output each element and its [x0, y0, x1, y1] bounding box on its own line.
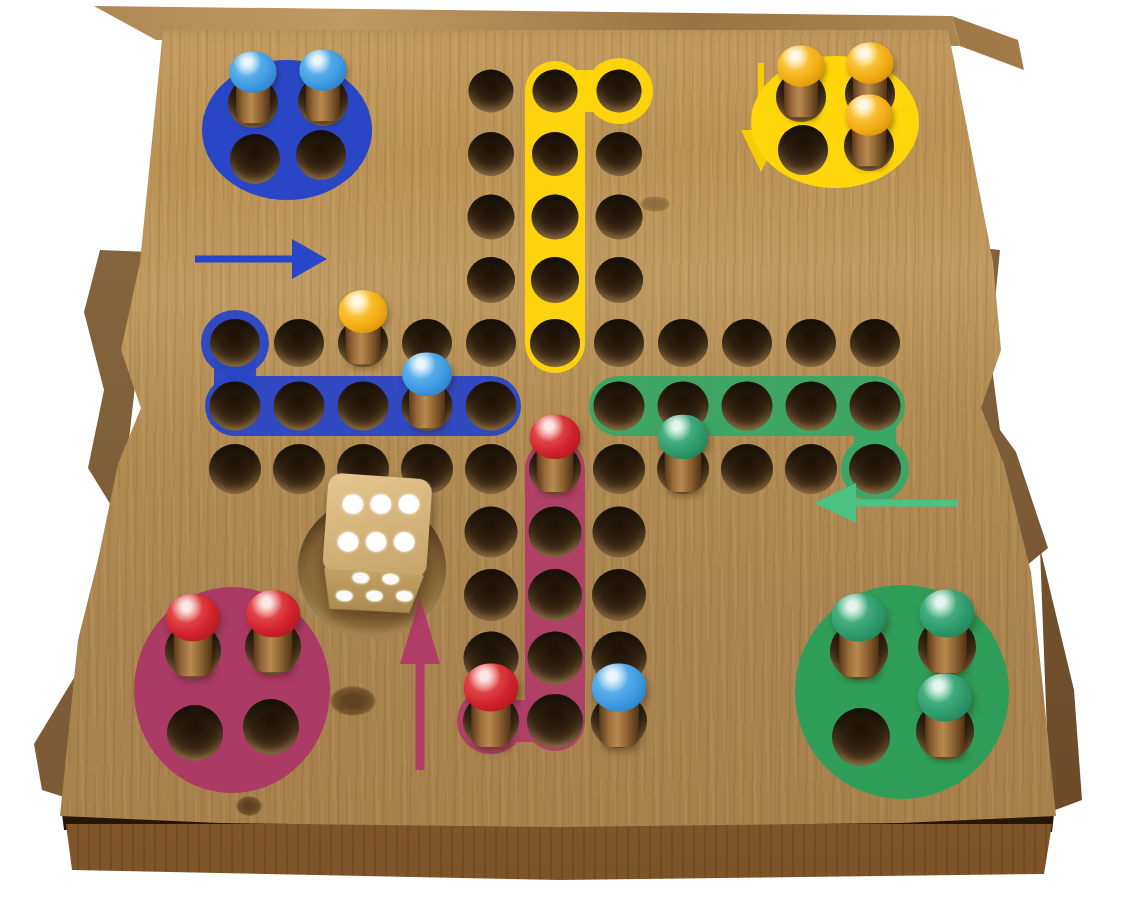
hole-r6c2[interactable]: [274, 381, 325, 430]
cell-r9c6: [523, 563, 587, 626]
cell-r6c5: [459, 374, 523, 437]
peg-cap: [658, 414, 709, 459]
peg-cap: [917, 673, 972, 721]
home-slot-green-tr: [918, 618, 976, 676]
cell-r5c9: [715, 311, 779, 374]
cell-r8c7: [587, 500, 651, 563]
peg-green-home-br[interactable]: [917, 673, 972, 759]
home-circle-yellow: [751, 56, 919, 188]
die-pip-top-3: [398, 493, 420, 514]
hole-r7c1[interactable]: [209, 444, 261, 494]
cell-r3c5: [459, 185, 523, 248]
hole-r6c5[interactable]: [466, 381, 517, 430]
arrow-blue-right: [192, 236, 328, 282]
home-hole-blue-br[interactable]: [296, 130, 346, 180]
peg-red-track-r11c5[interactable]: [464, 663, 519, 749]
hole-r6c9[interactable]: [722, 381, 773, 430]
home-circle-blue: [202, 60, 372, 200]
cell-r5c11: [843, 311, 907, 374]
cell-r5c1: [203, 311, 267, 374]
cell-r5c5: [459, 311, 523, 374]
die-pip-front-3: [396, 590, 414, 602]
cell-r7c1: [203, 437, 267, 500]
cell-r7c8: [651, 437, 715, 500]
cell-r4c7: [587, 248, 651, 311]
die-pip-top-1: [342, 494, 364, 515]
home-slot-green-br: [916, 702, 974, 760]
hole-r5c7[interactable]: [594, 319, 644, 367]
hole-r2c7[interactable]: [596, 132, 642, 176]
die-pip-front-5: [382, 573, 400, 585]
cell-r9c5: [459, 563, 523, 626]
cell-r6c7: [587, 374, 651, 437]
cell-r4c6: [523, 248, 587, 311]
cell-r6c10: [779, 374, 843, 437]
hole-r7c9[interactable]: [721, 444, 773, 494]
cell-r6c2: [267, 374, 331, 437]
hole-r6c7[interactable]: [594, 381, 645, 430]
cell-r1c7: [587, 59, 651, 122]
arrow-green-left: [810, 480, 960, 526]
cell-r2c5: [459, 122, 523, 185]
home-hole-green-bl[interactable]: [832, 708, 890, 766]
cell-r5c2: [267, 311, 331, 374]
home-slot-yellow-tl: [776, 72, 826, 122]
peg-yellow-home-br[interactable]: [845, 94, 893, 168]
hole-r10c6[interactable]: [528, 631, 583, 684]
cell-r6c9: [715, 374, 779, 437]
hole-r6c11[interactable]: [850, 381, 901, 430]
peg-green-home-tl[interactable]: [832, 594, 887, 680]
hole-r5c1[interactable]: [210, 319, 260, 367]
hole-r6c10[interactable]: [786, 381, 837, 430]
peg-blue-home-tr[interactable]: [299, 49, 347, 123]
hole-r9c5[interactable]: [464, 569, 518, 621]
peg-red-home-tl[interactable]: [166, 594, 220, 678]
home-hole-red-bl[interactable]: [167, 705, 223, 761]
peg-cap: [845, 94, 893, 136]
home-slot-red-bl: [167, 705, 223, 761]
hole-r5c6[interactable]: [530, 319, 580, 367]
cell-r5c10: [779, 311, 843, 374]
die-pip-top-2: [370, 493, 392, 514]
home-slot-blue-br: [296, 130, 346, 180]
cell-r7c9: [715, 437, 779, 500]
hole-r5c2[interactable]: [274, 319, 324, 367]
home-circle-green: [795, 585, 1009, 799]
home-slot-red-tr: [245, 619, 301, 675]
die-pip-front-2: [366, 590, 384, 602]
home-circle-red: [134, 587, 330, 793]
hole-r6c1[interactable]: [210, 381, 261, 430]
hole-r3c7[interactable]: [596, 194, 643, 239]
cell-r6c4: [395, 374, 459, 437]
hole-r1c6[interactable]: [533, 69, 578, 112]
peg-red-home-tr[interactable]: [246, 590, 300, 674]
hole-r6c3[interactable]: [338, 381, 389, 430]
die-pip-top-4: [337, 531, 359, 552]
cell-r5c6: [523, 311, 587, 374]
cell-r5c3: [331, 311, 395, 374]
die-front-face: [321, 568, 424, 615]
peg-yellow-track-r5c3[interactable]: [339, 289, 388, 365]
cell-r4c5: [459, 248, 523, 311]
peg-blue-home-tl[interactable]: [229, 52, 277, 126]
peg-cap: [299, 49, 347, 91]
hole-r3c6[interactable]: [532, 194, 579, 239]
cell-r3c7: [587, 185, 651, 248]
home-hole-yellow-bl[interactable]: [778, 125, 828, 175]
peg-cap: [530, 414, 581, 459]
home-slot-blue-tr: [298, 76, 348, 126]
home-slot-blue-tl: [228, 78, 278, 128]
hole-r5c8[interactable]: [658, 319, 708, 367]
hole-r7c7[interactable]: [593, 444, 645, 494]
peg-blue-track-r11c7[interactable]: [592, 663, 647, 749]
hole-r4c7[interactable]: [595, 257, 643, 303]
hole-r7c2[interactable]: [273, 444, 325, 494]
photo-canvas: [0, 0, 1122, 899]
cell-r11c6: [523, 689, 587, 752]
hole-r5c10[interactable]: [786, 319, 836, 367]
cell-r7c5: [459, 437, 523, 500]
hole-r4c6[interactable]: [531, 257, 579, 303]
die-pip-top-5: [365, 531, 387, 552]
cell-r1c5: [459, 59, 523, 122]
peg-cap: [464, 663, 519, 711]
cell-r11c5: [459, 689, 523, 752]
hole-r8c5[interactable]: [465, 506, 518, 557]
cell-r8c6: [523, 500, 587, 563]
hole-r9c6[interactable]: [528, 569, 582, 621]
home-slot-blue-bl: [230, 134, 280, 184]
hole-r5c5[interactable]: [466, 319, 516, 367]
home-slot-red-br: [243, 699, 299, 755]
hole-r4c5[interactable]: [467, 257, 515, 303]
cell-r1c6: [523, 59, 587, 122]
cell-r2c6: [523, 122, 587, 185]
cell-r8c5: [459, 500, 523, 563]
home-slot-green-bl: [832, 708, 890, 766]
hole-r1c7[interactable]: [597, 69, 642, 112]
cell-r2c7: [587, 122, 651, 185]
cell-r9c7: [587, 563, 651, 626]
cell-r6c3: [331, 374, 395, 437]
hole-r5c11[interactable]: [850, 319, 900, 367]
hole-r7c5[interactable]: [465, 444, 517, 494]
cell-r6c1: [203, 374, 267, 437]
peg-yellow-home-tl[interactable]: [778, 45, 826, 119]
die-top-face: [322, 472, 433, 579]
peg-green-track-r7c8[interactable]: [658, 414, 709, 494]
cell-r5c7: [587, 311, 651, 374]
peg-blue-track-r6c4[interactable]: [402, 352, 452, 430]
peg-red-track-r7c6[interactable]: [530, 414, 581, 494]
home-slot-yellow-bl: [778, 125, 828, 175]
cell-r10c6: [523, 626, 587, 689]
hole-r8c6[interactable]: [529, 506, 582, 557]
die-pip-front-4: [352, 572, 370, 584]
peg-cap: [919, 589, 974, 637]
home-slot-green-tl: [830, 622, 888, 680]
peg-cap: [778, 45, 826, 87]
peg-green-home-tr[interactable]: [919, 589, 974, 675]
hole-r11c6[interactable]: [527, 694, 583, 748]
peg-cap: [246, 590, 300, 638]
hole-r9c7[interactable]: [592, 569, 646, 621]
home-slot-red-tl: [165, 623, 221, 679]
hole-r1c5[interactable]: [469, 69, 514, 112]
cell-r5c8: [651, 311, 715, 374]
home-hole-blue-bl[interactable]: [230, 134, 280, 184]
die[interactable]: [311, 468, 443, 622]
peg-cap: [339, 289, 388, 332]
hole-r2c5[interactable]: [468, 132, 514, 176]
cell-r11c7: [587, 689, 651, 752]
hole-r8c7[interactable]: [593, 506, 646, 557]
hole-r2c6[interactable]: [532, 132, 578, 176]
peg-cap: [166, 594, 220, 642]
board: [0, 0, 1122, 899]
die-pip-top-6: [393, 531, 415, 552]
peg-cap: [592, 663, 647, 711]
home-slot-yellow-br: [844, 121, 894, 171]
cell-r6c11: [843, 374, 907, 437]
die-pip-front-1: [336, 590, 354, 602]
cell-r7c6: [523, 437, 587, 500]
hole-r3c5[interactable]: [468, 194, 515, 239]
home-hole-red-br[interactable]: [243, 699, 299, 755]
hole-r5c9[interactable]: [722, 319, 772, 367]
cell-r3c6: [523, 185, 587, 248]
peg-cap: [402, 352, 452, 396]
cell-r7c7: [587, 437, 651, 500]
